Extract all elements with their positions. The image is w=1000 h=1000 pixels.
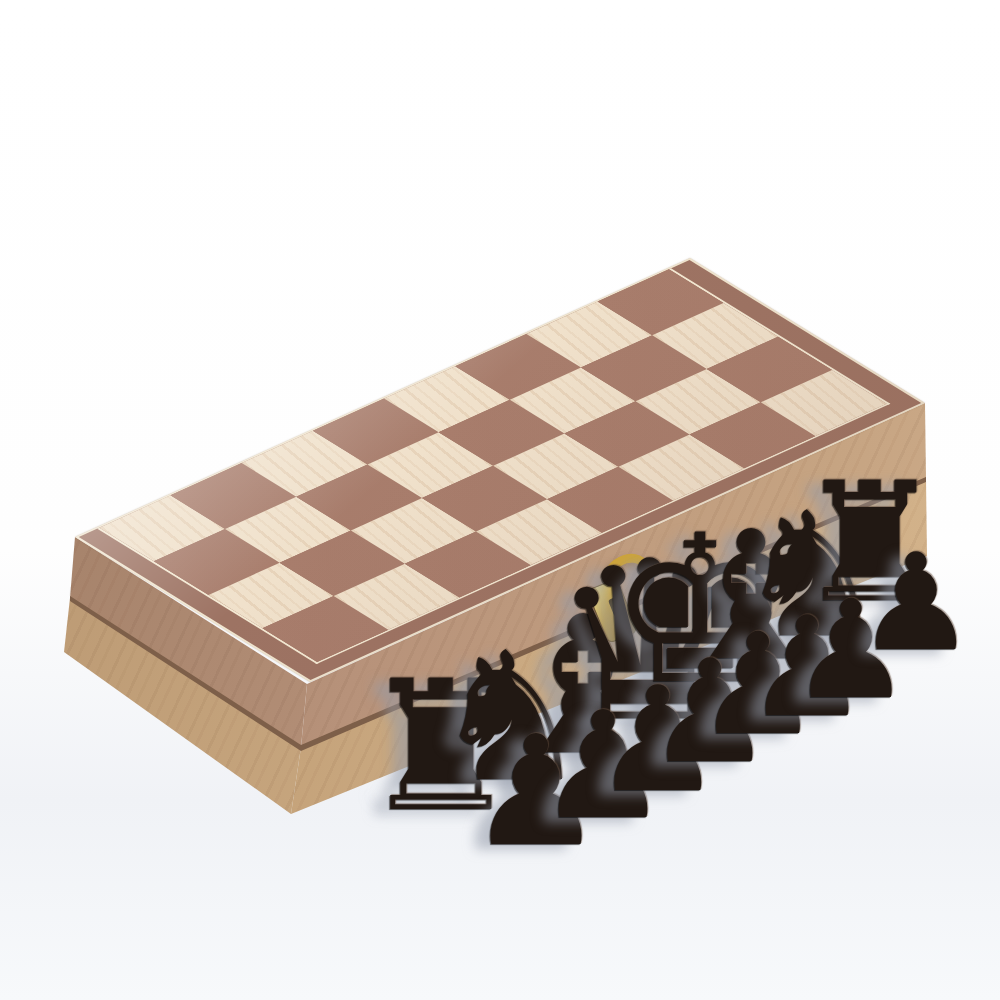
piece-black-pawn-8: ♟ [856, 536, 976, 670]
product-photo-stage: ♜♞♝♛♚♝♞♜♟♟♟♟♟♟♟♟ [0, 0, 1000, 1000]
pieces-layer: ♜♞♝♛♚♝♞♜♟♟♟♟♟♟♟♟ [0, 0, 1000, 1000]
